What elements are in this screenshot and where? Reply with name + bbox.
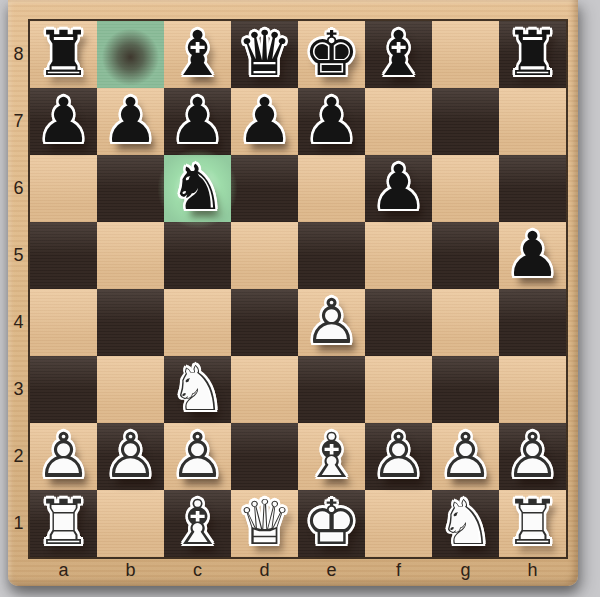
square-c6[interactable]: ♞ <box>164 155 231 222</box>
square-h1[interactable]: ♜♖ <box>499 490 566 557</box>
square-h6[interactable] <box>499 155 566 222</box>
white-knight-outline-glyph: ♘ <box>432 491 499 553</box>
piece-white-bishop-e2[interactable]: ♝♗ <box>298 423 365 490</box>
white-pawn-outline-glyph: ♙ <box>499 424 566 486</box>
square-b8[interactable] <box>97 21 164 88</box>
piece-black-pawn-f6[interactable]: ♟ <box>365 155 432 222</box>
square-h3[interactable] <box>499 356 566 423</box>
piece-black-bishop-f8[interactable]: ♝ <box>365 21 432 88</box>
piece-white-queen-d1[interactable]: ♛♕ <box>231 490 298 557</box>
piece-white-rook-h1[interactable]: ♜♖ <box>499 490 566 557</box>
piece-white-pawn-b2[interactable]: ♟♙ <box>97 423 164 490</box>
file-label-h: h <box>499 557 566 583</box>
square-h2[interactable]: ♟♙ <box>499 423 566 490</box>
white-knight-outline-glyph: ♘ <box>164 357 231 419</box>
file-label-e: e <box>298 557 365 583</box>
piece-black-pawn-a7[interactable]: ♟ <box>30 88 97 155</box>
square-e4[interactable]: ♟♙ <box>298 289 365 356</box>
file-label-b: b <box>97 557 164 583</box>
square-d3[interactable] <box>231 356 298 423</box>
black-rook-glyph: ♜ <box>30 22 97 84</box>
square-a3[interactable] <box>30 356 97 423</box>
square-a5[interactable] <box>30 222 97 289</box>
square-e1[interactable]: ♚♔ <box>298 490 365 557</box>
white-pawn-outline-glyph: ♙ <box>365 424 432 486</box>
black-queen-glyph: ♛ <box>231 22 298 84</box>
piece-black-pawn-d7[interactable]: ♟ <box>231 88 298 155</box>
piece-black-rook-a8[interactable]: ♜ <box>30 21 97 88</box>
white-pawn-outline-glyph: ♙ <box>30 424 97 486</box>
piece-black-pawn-c7[interactable]: ♟ <box>164 88 231 155</box>
square-f6[interactable]: ♟ <box>365 155 432 222</box>
black-pawn-glyph: ♟ <box>164 89 231 151</box>
square-h4[interactable] <box>499 289 566 356</box>
square-g2[interactable]: ♟♙ <box>432 423 499 490</box>
piece-white-knight-g1[interactable]: ♞♘ <box>432 490 499 557</box>
square-g6[interactable] <box>432 155 499 222</box>
square-b1[interactable] <box>97 490 164 557</box>
square-b5[interactable] <box>97 222 164 289</box>
piece-white-rook-a1[interactable]: ♜♖ <box>30 490 97 557</box>
square-e7[interactable]: ♟ <box>298 88 365 155</box>
square-f2[interactable]: ♟♙ <box>365 423 432 490</box>
square-b7[interactable]: ♟ <box>97 88 164 155</box>
square-f7[interactable] <box>365 88 432 155</box>
square-e2[interactable]: ♝♗ <box>298 423 365 490</box>
square-a6[interactable] <box>30 155 97 222</box>
square-e6[interactable] <box>298 155 365 222</box>
square-b4[interactable] <box>97 289 164 356</box>
square-c5[interactable] <box>164 222 231 289</box>
square-d8[interactable]: ♛ <box>231 21 298 88</box>
square-d2[interactable] <box>231 423 298 490</box>
piece-white-pawn-a2[interactable]: ♟♙ <box>30 423 97 490</box>
black-pawn-glyph: ♟ <box>30 89 97 151</box>
square-h5[interactable]: ♟ <box>499 222 566 289</box>
square-a7[interactable]: ♟ <box>30 88 97 155</box>
square-g4[interactable] <box>432 289 499 356</box>
rank-label-7: 7 <box>8 88 29 155</box>
white-pawn-outline-glyph: ♙ <box>97 424 164 486</box>
piece-white-pawn-h2[interactable]: ♟♙ <box>499 423 566 490</box>
square-f8[interactable]: ♝ <box>365 21 432 88</box>
square-g5[interactable] <box>432 222 499 289</box>
rank-label-8: 8 <box>8 21 29 88</box>
black-pawn-glyph: ♟ <box>298 89 365 151</box>
square-h7[interactable] <box>499 88 566 155</box>
rank-label-3: 3 <box>8 356 29 423</box>
square-f1[interactable] <box>365 490 432 557</box>
square-c2[interactable]: ♟♙ <box>164 423 231 490</box>
piece-black-king-e8[interactable]: ♚ <box>298 21 365 88</box>
piece-white-bishop-c1[interactable]: ♝♗ <box>164 490 231 557</box>
piece-black-pawn-e7[interactable]: ♟ <box>298 88 365 155</box>
square-d4[interactable] <box>231 289 298 356</box>
rank-label-4: 4 <box>8 289 29 356</box>
square-a4[interactable] <box>30 289 97 356</box>
white-bishop-outline-glyph: ♗ <box>164 491 231 553</box>
piece-black-pawn-b7[interactable]: ♟ <box>97 88 164 155</box>
piece-black-rook-h8[interactable]: ♜ <box>499 21 566 88</box>
black-pawn-glyph: ♟ <box>97 89 164 151</box>
square-c4[interactable] <box>164 289 231 356</box>
square-d1[interactable]: ♛♕ <box>231 490 298 557</box>
square-d7[interactable]: ♟ <box>231 88 298 155</box>
square-a2[interactable]: ♟♙ <box>30 423 97 490</box>
file-label-d: d <box>231 557 298 583</box>
black-rook-glyph: ♜ <box>499 22 566 84</box>
square-f5[interactable] <box>365 222 432 289</box>
square-b6[interactable] <box>97 155 164 222</box>
white-pawn-outline-glyph: ♙ <box>432 424 499 486</box>
square-f3[interactable] <box>365 356 432 423</box>
square-b2[interactable]: ♟♙ <box>97 423 164 490</box>
black-pawn-glyph: ♟ <box>365 156 432 218</box>
square-d5[interactable] <box>231 222 298 289</box>
black-king-glyph: ♚ <box>298 22 365 84</box>
square-a1[interactable]: ♜♖ <box>30 490 97 557</box>
square-g3[interactable] <box>432 356 499 423</box>
square-c1[interactable]: ♝♗ <box>164 490 231 557</box>
square-c7[interactable]: ♟ <box>164 88 231 155</box>
black-bishop-glyph: ♝ <box>164 22 231 84</box>
square-g8[interactable] <box>432 21 499 88</box>
rank-label-5: 5 <box>8 222 29 289</box>
black-pawn-glyph: ♟ <box>231 89 298 151</box>
piece-white-pawn-e4[interactable]: ♟♙ <box>298 289 365 356</box>
rank-label-2: 2 <box>8 423 29 490</box>
file-label-c: c <box>164 557 231 583</box>
piece-white-pawn-c2[interactable]: ♟♙ <box>164 423 231 490</box>
rank-label-1: 1 <box>8 490 29 557</box>
white-king-outline-glyph: ♔ <box>298 491 365 553</box>
piece-white-king-e1[interactable]: ♚♔ <box>298 490 365 557</box>
white-pawn-outline-glyph: ♙ <box>298 290 365 352</box>
black-bishop-glyph: ♝ <box>365 22 432 84</box>
piece-black-knight-c6[interactable]: ♞ <box>164 155 231 222</box>
file-label-f: f <box>365 557 432 583</box>
white-queen-outline-glyph: ♕ <box>231 491 298 553</box>
chess-board: ♜♝♛♚♝♜♟♟♟♟♟♞♟♟♟♙♞♘♟♙♟♙♟♙♝♗♟♙♟♙♟♙♜♖♝♗♛♕♚♔… <box>8 0 578 586</box>
square-b3[interactable] <box>97 356 164 423</box>
file-label-g: g <box>432 557 499 583</box>
piece-black-queen-d8[interactable]: ♛ <box>231 21 298 88</box>
square-c8[interactable]: ♝ <box>164 21 231 88</box>
square-f4[interactable] <box>365 289 432 356</box>
white-bishop-outline-glyph: ♗ <box>298 424 365 486</box>
file-label-a: a <box>30 557 97 583</box>
square-e5[interactable] <box>298 222 365 289</box>
square-e8[interactable]: ♚ <box>298 21 365 88</box>
square-h8[interactable]: ♜ <box>499 21 566 88</box>
white-rook-outline-glyph: ♖ <box>30 491 97 553</box>
black-knight-glyph: ♞ <box>164 156 231 218</box>
square-a8[interactable]: ♜ <box>30 21 97 88</box>
piece-black-bishop-c8[interactable]: ♝ <box>164 21 231 88</box>
white-pawn-outline-glyph: ♙ <box>164 424 231 486</box>
piece-white-pawn-g2[interactable]: ♟♙ <box>432 423 499 490</box>
square-g1[interactable]: ♞♘ <box>432 490 499 557</box>
square-e3[interactable] <box>298 356 365 423</box>
square-c3[interactable]: ♞♘ <box>164 356 231 423</box>
rank-label-6: 6 <box>8 155 29 222</box>
piece-white-pawn-f2[interactable]: ♟♙ <box>365 423 432 490</box>
board-grid: ♜♝♛♚♝♜♟♟♟♟♟♞♟♟♟♙♞♘♟♙♟♙♟♙♝♗♟♙♟♙♟♙♜♖♝♗♛♕♚♔… <box>30 21 566 557</box>
piece-white-knight-c3[interactable]: ♞♘ <box>164 356 231 423</box>
piece-black-pawn-h5[interactable]: ♟ <box>499 222 566 289</box>
square-g7[interactable] <box>432 88 499 155</box>
black-pawn-glyph: ♟ <box>499 223 566 285</box>
white-rook-outline-glyph: ♖ <box>499 491 566 553</box>
square-d6[interactable] <box>231 155 298 222</box>
